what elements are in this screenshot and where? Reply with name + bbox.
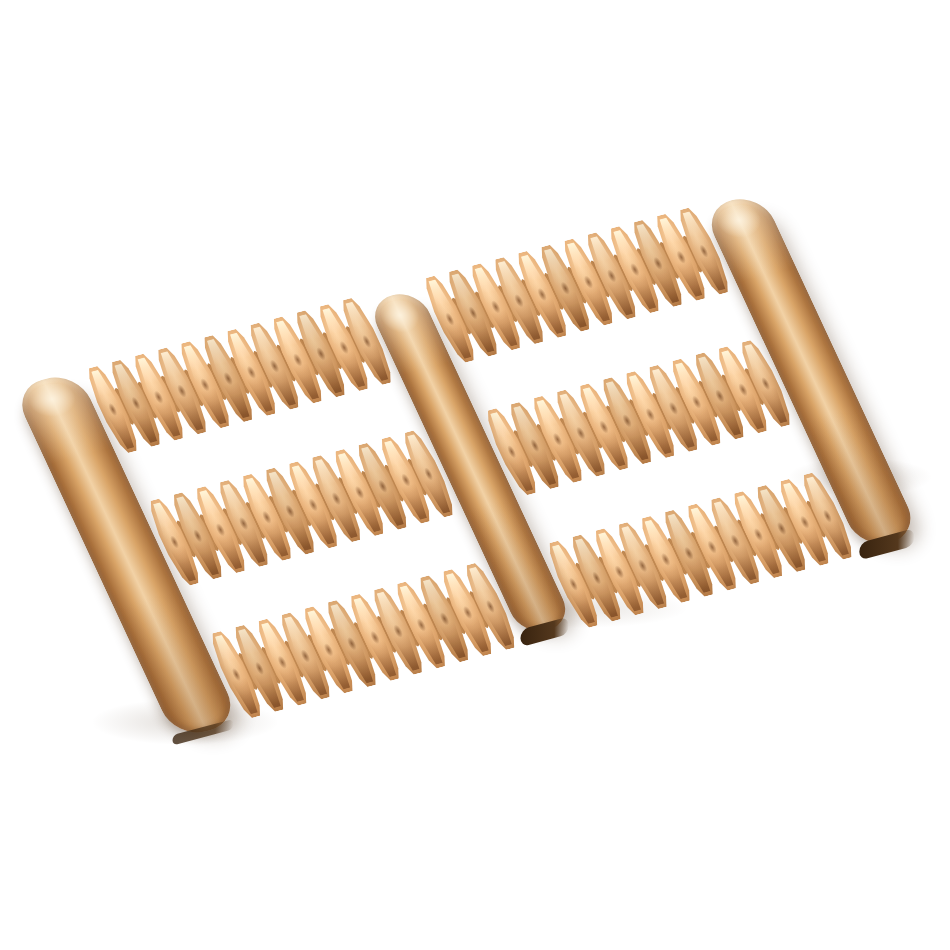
disc-tooth-notch bbox=[627, 260, 643, 279]
disc-tooth-notch bbox=[305, 495, 321, 514]
disc-tooth-notch bbox=[166, 532, 182, 551]
disc-tooth-notch bbox=[565, 575, 581, 594]
disc-tooth-notch bbox=[197, 375, 213, 394]
product-photo-scene bbox=[0, 0, 950, 950]
disc-tooth-notch bbox=[321, 640, 337, 659]
disc-tooth-notch bbox=[151, 388, 167, 407]
roller-2-2 bbox=[479, 338, 798, 497]
disc-tooth-notch bbox=[282, 501, 298, 520]
disc-tooth-notch bbox=[681, 544, 697, 563]
roller-2-1 bbox=[418, 205, 737, 364]
disc-tooth-notch bbox=[459, 603, 475, 622]
disc-tooth-notch bbox=[274, 653, 290, 672]
disc-tooth-notch bbox=[580, 272, 596, 291]
disc-tooth-notch bbox=[820, 507, 836, 526]
disc-tooth-notch bbox=[658, 550, 674, 569]
disc-tooth-notch bbox=[251, 659, 267, 678]
disc-tooth-notch bbox=[436, 609, 452, 628]
disc-tooth-notch bbox=[105, 400, 121, 419]
disc-tooth-notch bbox=[220, 369, 236, 388]
disc-tooth-notch bbox=[612, 562, 628, 581]
wood-sheen-highlight bbox=[374, 296, 428, 338]
disc-tooth-notch bbox=[704, 537, 720, 556]
roller-1-2 bbox=[142, 428, 461, 587]
disc-tooth-notch bbox=[635, 556, 651, 575]
disc-tooth-notch bbox=[796, 513, 812, 532]
disc-tooth-notch bbox=[773, 519, 789, 538]
disc-tooth-notch bbox=[673, 248, 689, 267]
disc-tooth-notch bbox=[488, 297, 504, 316]
disc-tooth-notch bbox=[174, 381, 190, 400]
disc-tooth-notch bbox=[619, 411, 635, 430]
disc-tooth-notch bbox=[534, 285, 550, 304]
disc-tooth-notch bbox=[190, 526, 206, 545]
disc-tooth-notch bbox=[442, 310, 458, 329]
base-edge-shadow bbox=[520, 617, 568, 647]
wood-sheen-highlight bbox=[710, 200, 770, 243]
disc-tooth-notch bbox=[344, 634, 360, 653]
disc-tooth-notch bbox=[298, 646, 314, 665]
disc-tooth-notch bbox=[557, 279, 573, 298]
disc-tooth-notch bbox=[642, 405, 658, 424]
disc-tooth-notch bbox=[421, 464, 437, 483]
disc-tooth-notch bbox=[665, 399, 681, 418]
disc-tooth-notch bbox=[688, 393, 704, 412]
disc-tooth-notch bbox=[527, 436, 543, 455]
disc-tooth-notch bbox=[711, 386, 727, 405]
disc-tooth-notch bbox=[328, 489, 344, 508]
base-edge-shadow bbox=[173, 719, 233, 746]
disc-tooth-notch bbox=[650, 254, 666, 273]
disc-tooth-notch bbox=[588, 568, 604, 587]
disc-tooth-notch bbox=[750, 525, 766, 544]
disc-tooth-notch bbox=[213, 520, 229, 539]
disc-tooth-notch bbox=[128, 394, 144, 413]
disc-tooth-notch bbox=[511, 291, 527, 310]
disc-tooth-notch bbox=[259, 508, 275, 527]
disc-tooth-notch bbox=[236, 514, 252, 533]
disc-tooth-notch bbox=[367, 628, 383, 647]
disc-tooth-notch bbox=[413, 615, 429, 634]
disc-tooth-notch bbox=[336, 338, 352, 357]
roller-2-3 bbox=[541, 470, 860, 629]
disc-tooth-notch bbox=[696, 241, 712, 260]
roller-1-3 bbox=[204, 561, 523, 720]
disc-tooth-notch bbox=[228, 665, 244, 684]
disc-tooth-notch bbox=[550, 430, 566, 449]
disc-tooth-notch bbox=[397, 471, 413, 490]
base-edge-shadow bbox=[859, 528, 914, 560]
disc-tooth-notch bbox=[374, 477, 390, 496]
disc-tooth-notch bbox=[596, 417, 612, 436]
roller-1-1 bbox=[80, 296, 399, 455]
disc-tooth-notch bbox=[727, 531, 743, 550]
disc-tooth-notch bbox=[289, 350, 305, 369]
wood-sheen-highlight bbox=[21, 378, 86, 423]
disc-tooth-notch bbox=[735, 380, 751, 399]
disc-tooth-notch bbox=[758, 374, 774, 393]
disc-tooth-notch bbox=[266, 357, 282, 376]
disc-tooth-notch bbox=[313, 344, 329, 363]
foot-massage-roller bbox=[12, 189, 923, 739]
disc-tooth-notch bbox=[465, 303, 481, 322]
disc-tooth-notch bbox=[573, 424, 589, 443]
disc-tooth-notch bbox=[504, 442, 520, 461]
disc-tooth-notch bbox=[482, 597, 498, 616]
disc-tooth-notch bbox=[390, 622, 406, 641]
disc-tooth-notch bbox=[603, 266, 619, 285]
disc-tooth-notch bbox=[243, 363, 259, 382]
disc-tooth-notch bbox=[351, 483, 367, 502]
disc-tooth-notch bbox=[359, 332, 375, 351]
